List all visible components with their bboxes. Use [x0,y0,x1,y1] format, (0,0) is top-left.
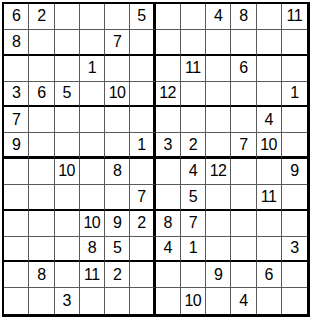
cell-r5c12[interactable] [282,107,307,133]
given-digit: 5 [113,240,121,256]
cell-r5c7[interactable] [156,107,181,133]
given-digit: 12 [159,85,176,101]
cell-r11c12[interactable] [282,262,307,288]
given-digit: 1 [290,85,298,101]
cell-r12c10[interactable]: 4 [231,288,256,314]
cell-r11c5[interactable]: 2 [105,262,130,288]
cell-r3c6[interactable] [130,56,155,82]
cell-r12c1[interactable] [4,288,29,314]
cell-r4c3[interactable]: 5 [55,82,80,108]
cell-r5c2[interactable] [29,107,54,133]
cell-r8c1[interactable] [4,185,29,211]
cell-r10c12[interactable]: 3 [282,237,307,263]
cell-r2c4[interactable] [80,30,105,56]
cell-r5c3[interactable] [55,107,80,133]
cell-r1c3[interactable] [55,4,80,30]
cell-r5c11[interactable]: 4 [257,107,282,133]
given-digit: 10 [109,85,126,101]
cell-r1c6[interactable]: 5 [130,4,155,30]
cell-r4c10[interactable] [231,82,256,108]
cell-r10c11[interactable] [257,237,282,263]
cell-r9c6[interactable]: 2 [130,211,155,237]
cell-r7c2[interactable] [29,159,54,185]
cell-r1c4[interactable] [80,4,105,30]
cell-r6c10[interactable]: 7 [231,133,256,159]
given-digit: 5 [62,85,70,101]
given-digit: 5 [189,189,197,205]
cell-r6c4[interactable] [80,133,105,159]
cell-r2c1[interactable]: 8 [4,30,29,56]
cell-r7c9[interactable]: 12 [206,159,231,185]
cell-r8c2[interactable] [29,185,54,211]
given-digit: 7 [189,215,197,231]
sudoku-board: 6254811871116365101217491327101084129751… [2,2,310,317]
cell-r12c9[interactable] [206,288,231,314]
given-digit: 11 [261,189,277,205]
cell-r5c4[interactable] [80,107,105,133]
cell-r9c1[interactable] [4,211,29,237]
cell-r7c5[interactable]: 8 [105,159,130,185]
cell-r11c1[interactable] [4,262,29,288]
cell-r11c10[interactable] [231,262,256,288]
cell-r1c2[interactable]: 2 [29,4,54,30]
cell-r11c2[interactable]: 8 [29,262,54,288]
given-digit: 1 [189,240,197,256]
given-digit: 1 [137,137,145,153]
cell-r8c10[interactable] [231,185,256,211]
cell-r8c6[interactable]: 7 [130,185,155,211]
cell-r12c2[interactable] [29,288,54,314]
cell-r12c8[interactable]: 10 [181,288,206,314]
cell-r2c7[interactable] [156,30,181,56]
cell-r11c11[interactable]: 6 [257,262,282,288]
given-digit: 3 [12,85,20,101]
cell-r11c6[interactable] [130,262,155,288]
given-digit: 7 [12,112,20,128]
cell-r1c8[interactable] [181,4,206,30]
cell-r4c1[interactable]: 3 [4,82,29,108]
given-digit: 3 [163,137,171,153]
cell-r7c12[interactable]: 9 [282,159,307,185]
cell-r7c7[interactable] [156,159,181,185]
cell-r5c5[interactable] [105,107,130,133]
cell-r10c4[interactable]: 8 [80,237,105,263]
given-digit: 3 [62,293,70,309]
cell-r1c11[interactable] [257,4,282,30]
cell-r2c8[interactable] [181,30,206,56]
cell-r4c8[interactable] [181,82,206,108]
given-digit: 6 [264,267,272,283]
given-digit: 9 [12,137,20,153]
cell-r8c9[interactable] [206,185,231,211]
cell-r4c7[interactable]: 12 [156,82,181,108]
given-digit: 10 [58,163,75,179]
cell-r5c10[interactable] [231,107,256,133]
given-digit: 7 [137,189,145,205]
given-digit: 10 [260,137,277,153]
cell-r7c8[interactable]: 4 [181,159,206,185]
cell-r10c5[interactable]: 5 [105,237,130,263]
cell-r8c8[interactable]: 5 [181,185,206,211]
given-digit: 2 [189,137,197,153]
given-digit: 11 [287,8,303,24]
cell-r8c5[interactable] [105,185,130,211]
cell-r2c3[interactable] [55,30,80,56]
cell-r9c8[interactable]: 7 [181,211,206,237]
cell-r10c3[interactable] [55,237,80,263]
cell-r11c9[interactable]: 9 [206,262,231,288]
given-digit: 4 [264,112,272,128]
cell-r11c7[interactable] [156,262,181,288]
given-digit: 9 [290,163,298,179]
given-digit: 9 [113,215,121,231]
cell-r12c4[interactable] [80,288,105,314]
given-digit: 6 [239,60,247,76]
cell-r5c8[interactable] [181,107,206,133]
cell-r6c1[interactable]: 9 [4,133,29,159]
cell-r3c7[interactable] [156,56,181,82]
cell-r12c12[interactable] [282,288,307,314]
cell-r6c3[interactable] [55,133,80,159]
cell-r12c7[interactable] [156,288,181,314]
given-digit: 7 [113,34,121,50]
given-digit: 5 [137,8,145,24]
cell-r5c9[interactable] [206,107,231,133]
given-digit: 9 [214,267,222,283]
cell-r2c5[interactable]: 7 [105,30,130,56]
cell-r3c11[interactable] [257,56,282,82]
cell-r1c5[interactable] [105,4,130,30]
given-digit: 10 [184,293,201,309]
cell-r3c10[interactable]: 6 [231,56,256,82]
cell-r4c5[interactable]: 10 [105,82,130,108]
cell-r3c1[interactable] [4,56,29,82]
cell-r8c4[interactable] [80,185,105,211]
given-digit: 8 [113,163,121,179]
cell-r3c3[interactable] [55,56,80,82]
cell-r12c5[interactable] [105,288,130,314]
cell-r7c10[interactable] [231,159,256,185]
cell-r4c6[interactable] [130,82,155,108]
cell-r9c2[interactable] [29,211,54,237]
given-digit: 12 [210,163,227,179]
cell-r9c12[interactable] [282,211,307,237]
cell-r3c9[interactable] [206,56,231,82]
given-digit: 3 [290,240,298,256]
given-digit: 8 [12,34,20,50]
cell-r11c8[interactable] [181,262,206,288]
given-digit: 4 [189,163,197,179]
cell-r3c12[interactable] [282,56,307,82]
given-digit: 4 [214,8,222,24]
cell-r10c9[interactable] [206,237,231,263]
cell-r1c7[interactable] [156,4,181,30]
cell-r5c1[interactable]: 7 [4,107,29,133]
cell-r6c5[interactable] [105,133,130,159]
cell-r10c8[interactable]: 1 [181,237,206,263]
cell-r9c10[interactable] [231,211,256,237]
cell-r2c9[interactable] [206,30,231,56]
given-digit: 8 [239,8,247,24]
given-digit: 2 [137,215,145,231]
cell-r4c12[interactable]: 1 [282,82,307,108]
cell-r4c11[interactable] [257,82,282,108]
cell-r9c5[interactable]: 9 [105,211,130,237]
given-digit: 7 [239,137,247,153]
cell-r11c4[interactable]: 11 [80,262,105,288]
cell-r2c12[interactable] [282,30,307,56]
cell-r9c3[interactable] [55,211,80,237]
cell-r3c8[interactable]: 11 [181,56,206,82]
cell-r3c4[interactable]: 1 [80,56,105,82]
cell-r7c6[interactable] [130,159,155,185]
cell-r10c1[interactable] [4,237,29,263]
cell-r10c2[interactable] [29,237,54,263]
given-digit: 11 [84,267,100,283]
cell-r5c6[interactable] [130,107,155,133]
cell-r9c9[interactable] [206,211,231,237]
cell-r1c1[interactable]: 6 [4,4,29,30]
cell-r4c4[interactable] [80,82,105,108]
cell-r7c11[interactable] [257,159,282,185]
cell-r6c12[interactable] [282,133,307,159]
cell-r2c10[interactable] [231,30,256,56]
cell-r12c11[interactable] [257,288,282,314]
cell-r6c2[interactable] [29,133,54,159]
cell-r6c7[interactable]: 3 [156,133,181,159]
cell-r8c3[interactable] [55,185,80,211]
cell-r1c12[interactable]: 11 [282,4,307,30]
given-digit: 8 [163,215,171,231]
cell-r6c6[interactable]: 1 [130,133,155,159]
cell-r2c2[interactable] [29,30,54,56]
given-digit: 10 [83,215,100,231]
cell-r3c2[interactable] [29,56,54,82]
given-digit: 4 [239,293,247,309]
cell-r10c7[interactable]: 4 [156,237,181,263]
cell-r1c9[interactable]: 4 [206,4,231,30]
given-digit: 4 [163,240,171,256]
cell-r4c2[interactable]: 6 [29,82,54,108]
cell-r7c3[interactable]: 10 [55,159,80,185]
cell-r1c10[interactable]: 8 [231,4,256,30]
given-digit: 8 [88,240,96,256]
given-digit: 6 [37,85,45,101]
given-digit: 1 [88,60,96,76]
given-digit: 6 [12,8,20,24]
cell-r8c12[interactable] [282,185,307,211]
cell-r6c9[interactable] [206,133,231,159]
given-digit: 8 [37,267,45,283]
cell-r6c11[interactable]: 10 [257,133,282,159]
given-digit: 11 [185,60,201,76]
cell-r2c11[interactable] [257,30,282,56]
cell-r7c4[interactable] [80,159,105,185]
given-digit: 2 [113,267,121,283]
cell-r8c11[interactable]: 11 [257,185,282,211]
cell-r10c6[interactable] [130,237,155,263]
cell-r8c7[interactable] [156,185,181,211]
cell-r12c3[interactable]: 3 [55,288,80,314]
given-digit: 2 [37,8,45,24]
cell-r3c5[interactable] [105,56,130,82]
cell-r10c10[interactable] [231,237,256,263]
cell-r7c1[interactable] [4,159,29,185]
cell-r9c11[interactable] [257,211,282,237]
cell-r9c4[interactable]: 10 [80,211,105,237]
cell-r4c9[interactable] [206,82,231,108]
cell-r9c7[interactable]: 8 [156,211,181,237]
cell-r12c6[interactable] [130,288,155,314]
cell-r6c8[interactable]: 2 [181,133,206,159]
cell-r11c3[interactable] [55,262,80,288]
cell-r2c6[interactable] [130,30,155,56]
